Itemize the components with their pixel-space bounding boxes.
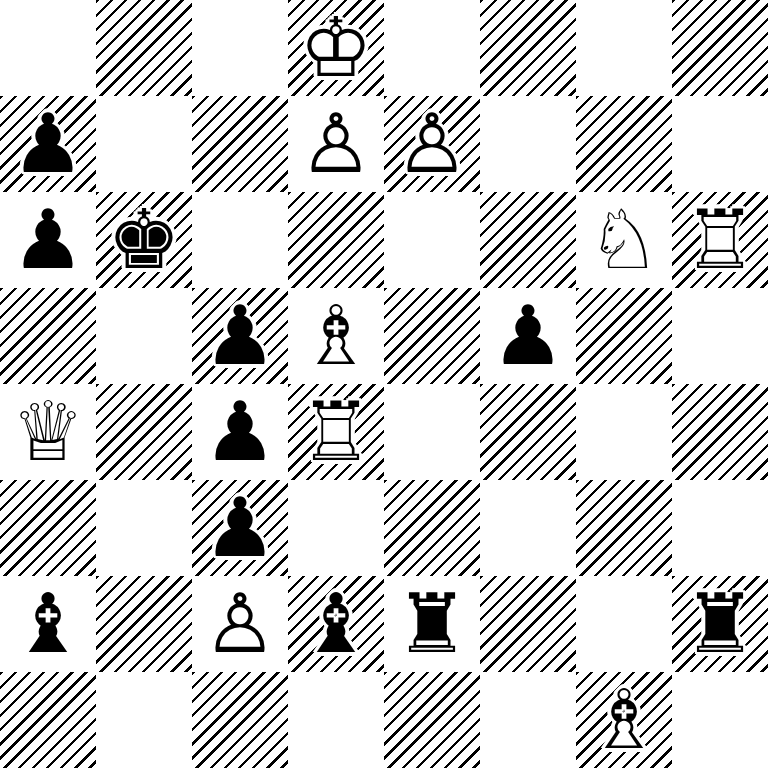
piece-silhouette: ♚ — [96, 192, 192, 288]
square-c2[interactable]: ♟♙ — [192, 576, 288, 672]
square-e8[interactable] — [384, 0, 480, 96]
piece-silhouette: ♟ — [0, 192, 96, 288]
square-b4[interactable] — [96, 384, 192, 480]
square-h8[interactable] — [672, 0, 768, 96]
square-e5[interactable] — [384, 288, 480, 384]
chess-board: ♚♔♟♟♟♙♟♙♟♟♚♚♞♘♜♖♟♟♝♗♟♟♛♕♟♟♜♖♟♟♝♝♟♙♝♝♜♜♜♜… — [0, 0, 768, 768]
piece-silhouette: ♞ — [576, 192, 672, 288]
piece-white-rook: ♖ — [288, 384, 384, 480]
square-d1[interactable] — [288, 672, 384, 768]
piece-silhouette: ♜ — [288, 384, 384, 480]
square-h4[interactable] — [672, 384, 768, 480]
square-c4[interactable]: ♟♟ — [192, 384, 288, 480]
square-h1[interactable] — [672, 672, 768, 768]
piece-silhouette: ♟ — [288, 96, 384, 192]
square-h7[interactable] — [672, 96, 768, 192]
square-h6[interactable]: ♜♖ — [672, 192, 768, 288]
square-g2[interactable] — [576, 576, 672, 672]
square-c8[interactable] — [192, 0, 288, 96]
piece-white-bishop: ♗ — [576, 672, 672, 768]
square-h3[interactable] — [672, 480, 768, 576]
piece-silhouette: ♟ — [192, 288, 288, 384]
square-a1[interactable] — [0, 672, 96, 768]
piece-silhouette: ♟ — [192, 384, 288, 480]
square-d3[interactable] — [288, 480, 384, 576]
piece-silhouette: ♟ — [384, 96, 480, 192]
piece-black-rook: ♜ — [672, 576, 768, 672]
piece-black-pawn: ♟ — [192, 288, 288, 384]
square-f8[interactable] — [480, 0, 576, 96]
square-f5[interactable]: ♟♟ — [480, 288, 576, 384]
square-d4[interactable]: ♜♖ — [288, 384, 384, 480]
square-b6[interactable]: ♚♚ — [96, 192, 192, 288]
piece-white-king: ♔ — [288, 0, 384, 96]
piece-silhouette: ♛ — [0, 384, 96, 480]
square-c6[interactable] — [192, 192, 288, 288]
piece-black-rook: ♜ — [384, 576, 480, 672]
piece-white-knight: ♘ — [576, 192, 672, 288]
square-f6[interactable] — [480, 192, 576, 288]
square-d2[interactable]: ♝♝ — [288, 576, 384, 672]
square-h2[interactable]: ♜♜ — [672, 576, 768, 672]
square-c3[interactable]: ♟♟ — [192, 480, 288, 576]
piece-white-queen: ♕ — [0, 384, 96, 480]
square-d6[interactable] — [288, 192, 384, 288]
square-f1[interactable] — [480, 672, 576, 768]
piece-black-pawn: ♟ — [480, 288, 576, 384]
square-b1[interactable] — [96, 672, 192, 768]
square-a4[interactable]: ♛♕ — [0, 384, 96, 480]
square-a5[interactable] — [0, 288, 96, 384]
square-g7[interactable] — [576, 96, 672, 192]
square-g1[interactable]: ♝♗ — [576, 672, 672, 768]
piece-white-bishop: ♗ — [288, 288, 384, 384]
square-c7[interactable] — [192, 96, 288, 192]
square-d5[interactable]: ♝♗ — [288, 288, 384, 384]
square-e6[interactable] — [384, 192, 480, 288]
square-h5[interactable] — [672, 288, 768, 384]
piece-black-bishop: ♝ — [0, 576, 96, 672]
square-f3[interactable] — [480, 480, 576, 576]
piece-silhouette: ♝ — [288, 576, 384, 672]
square-g4[interactable] — [576, 384, 672, 480]
square-e1[interactable] — [384, 672, 480, 768]
square-b7[interactable] — [96, 96, 192, 192]
piece-silhouette: ♟ — [192, 576, 288, 672]
square-f2[interactable] — [480, 576, 576, 672]
piece-white-pawn: ♙ — [288, 96, 384, 192]
square-c5[interactable]: ♟♟ — [192, 288, 288, 384]
piece-black-king: ♚ — [96, 192, 192, 288]
square-c1[interactable] — [192, 672, 288, 768]
piece-black-bishop: ♝ — [288, 576, 384, 672]
piece-black-pawn: ♟ — [0, 192, 96, 288]
piece-silhouette: ♝ — [288, 288, 384, 384]
square-g8[interactable] — [576, 0, 672, 96]
square-b2[interactable] — [96, 576, 192, 672]
square-a7[interactable]: ♟♟ — [0, 96, 96, 192]
square-d8[interactable]: ♚♔ — [288, 0, 384, 96]
square-f7[interactable] — [480, 96, 576, 192]
piece-silhouette: ♜ — [672, 192, 768, 288]
piece-black-pawn: ♟ — [192, 480, 288, 576]
piece-silhouette: ♝ — [576, 672, 672, 768]
square-a2[interactable]: ♝♝ — [0, 576, 96, 672]
square-b5[interactable] — [96, 288, 192, 384]
square-a3[interactable] — [0, 480, 96, 576]
piece-silhouette: ♜ — [384, 576, 480, 672]
square-a6[interactable]: ♟♟ — [0, 192, 96, 288]
square-g6[interactable]: ♞♘ — [576, 192, 672, 288]
square-f4[interactable] — [480, 384, 576, 480]
square-g3[interactable] — [576, 480, 672, 576]
piece-silhouette: ♟ — [480, 288, 576, 384]
piece-silhouette: ♟ — [0, 96, 96, 192]
square-a8[interactable] — [0, 0, 96, 96]
piece-white-pawn: ♙ — [384, 96, 480, 192]
square-d7[interactable]: ♟♙ — [288, 96, 384, 192]
piece-silhouette: ♜ — [672, 576, 768, 672]
square-g5[interactable] — [576, 288, 672, 384]
piece-black-pawn: ♟ — [192, 384, 288, 480]
square-e7[interactable]: ♟♙ — [384, 96, 480, 192]
square-b3[interactable] — [96, 480, 192, 576]
piece-black-pawn: ♟ — [0, 96, 96, 192]
square-e3[interactable] — [384, 480, 480, 576]
piece-silhouette: ♝ — [0, 576, 96, 672]
square-e2[interactable]: ♜♜ — [384, 576, 480, 672]
piece-white-rook: ♖ — [672, 192, 768, 288]
square-b8[interactable] — [96, 0, 192, 96]
square-e4[interactable] — [384, 384, 480, 480]
piece-silhouette: ♟ — [192, 480, 288, 576]
piece-silhouette: ♚ — [288, 0, 384, 96]
piece-white-pawn: ♙ — [192, 576, 288, 672]
